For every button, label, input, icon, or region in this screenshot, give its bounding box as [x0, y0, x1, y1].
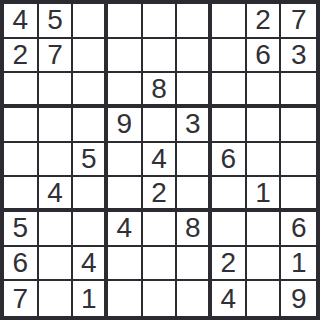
cell-r8c8[interactable]	[247, 247, 282, 282]
cell-r5c9[interactable]	[281, 143, 316, 178]
sudoku-board: 45272763893546421548664217149	[0, 0, 320, 320]
cell-r6c7[interactable]	[212, 177, 247, 212]
cell-r7c4[interactable]: 4	[108, 212, 143, 247]
cell-r7c6[interactable]: 8	[177, 212, 212, 247]
cell-r1c2[interactable]: 5	[39, 4, 74, 39]
cell-r7c7[interactable]	[212, 212, 247, 247]
cell-r5c4[interactable]	[108, 143, 143, 178]
cell-r6c8[interactable]: 1	[247, 177, 282, 212]
cell-r9c6[interactable]	[177, 281, 212, 316]
cell-r1c6[interactable]	[177, 4, 212, 39]
cell-r6c9[interactable]	[281, 177, 316, 212]
cell-r9c2[interactable]	[39, 281, 74, 316]
cell-r4c1[interactable]	[4, 108, 39, 143]
cell-r3c9[interactable]	[281, 73, 316, 108]
cell-r3c7[interactable]	[212, 73, 247, 108]
cell-r9c8[interactable]	[247, 281, 282, 316]
cell-r5c3[interactable]: 5	[73, 143, 108, 178]
cell-r8c1[interactable]: 6	[4, 247, 39, 282]
cell-r6c4[interactable]	[108, 177, 143, 212]
cell-r3c5[interactable]: 8	[143, 73, 178, 108]
cell-r6c5[interactable]: 2	[143, 177, 178, 212]
cell-r3c3[interactable]	[73, 73, 108, 108]
cell-r1c9[interactable]: 7	[281, 4, 316, 39]
cell-r2c5[interactable]	[143, 39, 178, 74]
cell-r7c8[interactable]	[247, 212, 282, 247]
cell-r2c1[interactable]: 2	[4, 39, 39, 74]
cell-r6c3[interactable]	[73, 177, 108, 212]
cell-r9c1[interactable]: 7	[4, 281, 39, 316]
cell-r2c7[interactable]	[212, 39, 247, 74]
cell-r8c5[interactable]	[143, 247, 178, 282]
cell-r2c6[interactable]	[177, 39, 212, 74]
cell-r9c9[interactable]: 9	[281, 281, 316, 316]
cell-r3c4[interactable]	[108, 73, 143, 108]
cell-r8c3[interactable]: 4	[73, 247, 108, 282]
cell-r4c7[interactable]	[212, 108, 247, 143]
cell-r3c2[interactable]	[39, 73, 74, 108]
cell-r7c3[interactable]	[73, 212, 108, 247]
cell-r7c1[interactable]: 5	[4, 212, 39, 247]
cell-r8c9[interactable]: 1	[281, 247, 316, 282]
cell-r3c1[interactable]	[4, 73, 39, 108]
cell-r4c3[interactable]	[73, 108, 108, 143]
cell-r5c5[interactable]: 4	[143, 143, 178, 178]
cell-r5c7[interactable]: 6	[212, 143, 247, 178]
cell-r2c4[interactable]	[108, 39, 143, 74]
cell-r1c1[interactable]: 4	[4, 4, 39, 39]
cell-r2c2[interactable]: 7	[39, 39, 74, 74]
cell-r4c8[interactable]	[247, 108, 282, 143]
cell-r8c6[interactable]	[177, 247, 212, 282]
cell-r1c7[interactable]	[212, 4, 247, 39]
cell-r9c3[interactable]: 1	[73, 281, 108, 316]
cell-r4c4[interactable]: 9	[108, 108, 143, 143]
cell-r5c8[interactable]	[247, 143, 282, 178]
cell-r9c5[interactable]	[143, 281, 178, 316]
cell-r7c2[interactable]	[39, 212, 74, 247]
cell-r5c6[interactable]	[177, 143, 212, 178]
cell-r9c7[interactable]: 4	[212, 281, 247, 316]
cell-r1c3[interactable]	[73, 4, 108, 39]
cell-r7c5[interactable]	[143, 212, 178, 247]
cell-r8c2[interactable]	[39, 247, 74, 282]
cell-r5c2[interactable]	[39, 143, 74, 178]
cell-r4c5[interactable]	[143, 108, 178, 143]
cell-r2c9[interactable]: 3	[281, 39, 316, 74]
cell-r7c9[interactable]: 6	[281, 212, 316, 247]
cell-r9c4[interactable]	[108, 281, 143, 316]
cell-r4c9[interactable]	[281, 108, 316, 143]
cell-r8c4[interactable]	[108, 247, 143, 282]
cell-r3c6[interactable]	[177, 73, 212, 108]
cell-r5c1[interactable]	[4, 143, 39, 178]
cell-r1c5[interactable]	[143, 4, 178, 39]
cell-r6c1[interactable]	[4, 177, 39, 212]
cell-r1c4[interactable]	[108, 4, 143, 39]
cell-r8c7[interactable]: 2	[212, 247, 247, 282]
cell-r3c8[interactable]	[247, 73, 282, 108]
cell-r4c6[interactable]: 3	[177, 108, 212, 143]
cell-r1c8[interactable]: 2	[247, 4, 282, 39]
cell-r2c8[interactable]: 6	[247, 39, 282, 74]
cell-r6c2[interactable]: 4	[39, 177, 74, 212]
cell-r6c6[interactable]	[177, 177, 212, 212]
cell-r2c3[interactable]	[73, 39, 108, 74]
cell-r4c2[interactable]	[39, 108, 74, 143]
